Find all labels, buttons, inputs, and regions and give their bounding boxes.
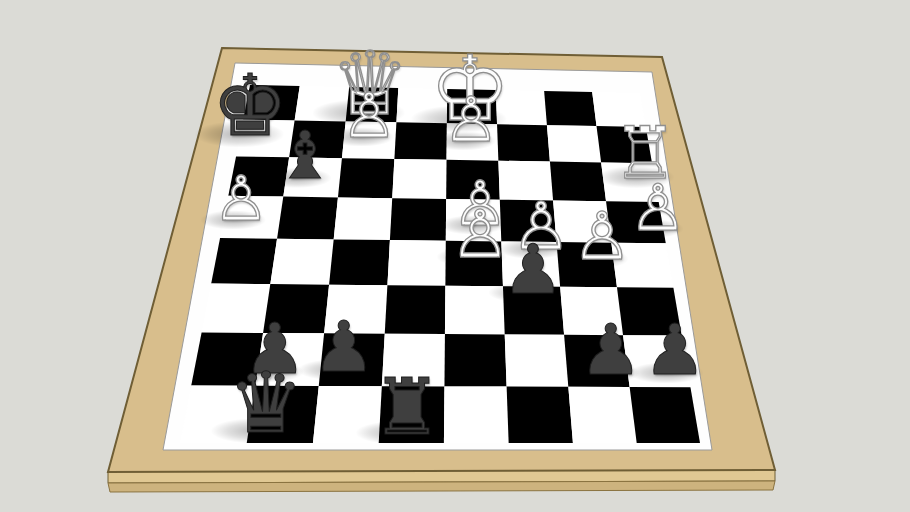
square-d6[interactable] xyxy=(392,159,446,199)
square-b4[interactable] xyxy=(270,239,333,285)
piece-white-pawn-g4[interactable]: ♙ xyxy=(572,204,631,270)
square-g7[interactable] xyxy=(547,125,601,162)
square-d4[interactable] xyxy=(387,240,445,286)
square-d3[interactable] xyxy=(385,285,446,334)
square-g8[interactable] xyxy=(544,91,596,126)
piece-white-pawn-e4[interactable]: ♙ xyxy=(450,202,509,268)
piece-black-pawn-f3[interactable]: ♟ xyxy=(503,236,564,304)
piece-black-pawn-c2[interactable]: ♟ xyxy=(313,312,376,382)
piece-black-bishop-b6[interactable]: ♝ xyxy=(275,123,334,189)
piece-black-queen-b1[interactable]: ♛ xyxy=(228,361,303,445)
square-e3[interactable] xyxy=(445,286,505,335)
square-e1[interactable] xyxy=(444,386,509,443)
square-f1[interactable] xyxy=(507,387,573,443)
piece-white-pawn-e7[interactable]: ♙ xyxy=(443,89,499,151)
square-h1[interactable] xyxy=(630,387,700,443)
square-c5[interactable] xyxy=(334,197,393,240)
square-c4[interactable] xyxy=(329,239,390,285)
square-f2[interactable] xyxy=(505,334,569,386)
piece-black-pawn-g2[interactable]: ♟ xyxy=(580,315,643,385)
square-g1[interactable] xyxy=(568,387,636,443)
board-frame-bottom-edge xyxy=(108,481,775,492)
piece-white-pawn-c7[interactable]: ♙ xyxy=(341,85,397,147)
square-a4[interactable] xyxy=(211,238,277,284)
square-d5[interactable] xyxy=(390,198,446,241)
square-e2[interactable] xyxy=(444,334,506,386)
piece-white-pawn-h5[interactable]: ♙ xyxy=(629,176,686,240)
piece-black-rook-d1[interactable]: ♜ xyxy=(372,368,442,446)
square-b5[interactable] xyxy=(277,197,338,240)
piece-white-pawn-a5[interactable]: ♙ xyxy=(213,168,269,230)
sketchup-viewport: ♕♔♚♙♙♖♝♙♙♙♙♙♙♟♟♟♟♟♛♜ xyxy=(0,0,910,512)
piece-black-pawn-h2[interactable]: ♟ xyxy=(644,315,707,385)
square-c6[interactable] xyxy=(338,158,394,198)
